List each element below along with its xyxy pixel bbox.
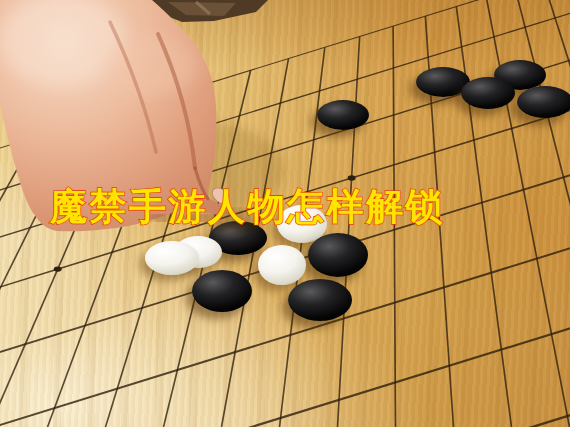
go-board-photo: 魔禁手游人物怎样解锁 (0, 0, 570, 427)
overlay-title: 魔禁手游人物怎样解锁 (50, 188, 445, 227)
